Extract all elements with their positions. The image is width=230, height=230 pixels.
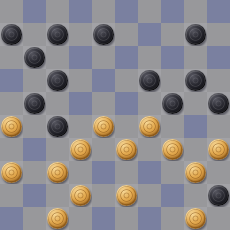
- square-j6[interactable]: [207, 92, 230, 115]
- square-f2[interactable]: [115, 184, 138, 207]
- square-g3[interactable]: [138, 161, 161, 184]
- square-j9: [207, 23, 230, 46]
- square-g9[interactable]: [138, 23, 161, 46]
- square-g7[interactable]: [138, 69, 161, 92]
- square-e7[interactable]: [92, 69, 115, 92]
- square-h8[interactable]: [161, 46, 184, 69]
- dark-checker-man[interactable]: [139, 70, 160, 91]
- square-i9[interactable]: [184, 23, 207, 46]
- square-b10[interactable]: [23, 0, 46, 23]
- gold-checker-man[interactable]: [185, 162, 206, 183]
- dark-checker-man[interactable]: [185, 24, 206, 45]
- square-e5[interactable]: [92, 115, 115, 138]
- dark-checker-man[interactable]: [47, 116, 68, 137]
- dark-checker-man[interactable]: [208, 185, 229, 206]
- square-h6[interactable]: [161, 92, 184, 115]
- square-i3[interactable]: [184, 161, 207, 184]
- square-i5[interactable]: [184, 115, 207, 138]
- square-d5: [69, 115, 92, 138]
- square-a6: [0, 92, 23, 115]
- square-c1[interactable]: [46, 207, 69, 230]
- square-g6: [138, 92, 161, 115]
- dark-checker-man[interactable]: [47, 70, 68, 91]
- square-g8: [138, 46, 161, 69]
- square-j8[interactable]: [207, 46, 230, 69]
- square-g10: [138, 0, 161, 23]
- gold-checker-man[interactable]: [93, 116, 114, 137]
- square-c2: [46, 184, 69, 207]
- gold-checker-man[interactable]: [116, 139, 137, 160]
- square-a10: [0, 0, 23, 23]
- dark-checker-man[interactable]: [185, 70, 206, 91]
- gold-checker-man[interactable]: [208, 139, 229, 160]
- square-a1[interactable]: [0, 207, 23, 230]
- square-i10: [184, 0, 207, 23]
- square-f4[interactable]: [115, 138, 138, 161]
- square-d2[interactable]: [69, 184, 92, 207]
- square-h1: [161, 207, 184, 230]
- square-f3: [115, 161, 138, 184]
- square-e6: [92, 92, 115, 115]
- square-i1[interactable]: [184, 207, 207, 230]
- checkers-board: [0, 0, 230, 230]
- square-a4: [0, 138, 23, 161]
- square-f1: [115, 207, 138, 230]
- square-b2[interactable]: [23, 184, 46, 207]
- square-f9: [115, 23, 138, 46]
- dark-checker-man[interactable]: [24, 93, 45, 114]
- gold-checker-man[interactable]: [162, 139, 183, 160]
- square-e9[interactable]: [92, 23, 115, 46]
- gold-checker-man[interactable]: [116, 185, 137, 206]
- square-j7: [207, 69, 230, 92]
- square-d6[interactable]: [69, 92, 92, 115]
- square-c9[interactable]: [46, 23, 69, 46]
- square-h2[interactable]: [161, 184, 184, 207]
- square-e3[interactable]: [92, 161, 115, 184]
- square-e8: [92, 46, 115, 69]
- square-f7: [115, 69, 138, 92]
- gold-checker-man[interactable]: [47, 208, 68, 229]
- square-b8[interactable]: [23, 46, 46, 69]
- square-a5[interactable]: [0, 115, 23, 138]
- dark-checker-man[interactable]: [208, 93, 229, 114]
- square-d7: [69, 69, 92, 92]
- square-a2: [0, 184, 23, 207]
- square-a7[interactable]: [0, 69, 23, 92]
- square-h10[interactable]: [161, 0, 184, 23]
- square-h3: [161, 161, 184, 184]
- dark-checker-man[interactable]: [47, 24, 68, 45]
- square-g4: [138, 138, 161, 161]
- square-g1[interactable]: [138, 207, 161, 230]
- square-d8[interactable]: [69, 46, 92, 69]
- square-b1: [23, 207, 46, 230]
- square-b4[interactable]: [23, 138, 46, 161]
- square-e2: [92, 184, 115, 207]
- gold-checker-man[interactable]: [1, 116, 22, 137]
- dark-checker-man[interactable]: [24, 47, 45, 68]
- square-j5: [207, 115, 230, 138]
- square-b5: [23, 115, 46, 138]
- square-e1[interactable]: [92, 207, 115, 230]
- square-e4: [92, 138, 115, 161]
- square-c7[interactable]: [46, 69, 69, 92]
- gold-checker-man[interactable]: [185, 208, 206, 229]
- square-c10: [46, 0, 69, 23]
- square-a8: [0, 46, 23, 69]
- dark-checker-man[interactable]: [1, 24, 22, 45]
- square-d1: [69, 207, 92, 230]
- square-a3[interactable]: [0, 161, 23, 184]
- square-c4: [46, 138, 69, 161]
- square-j2[interactable]: [207, 184, 230, 207]
- square-h7: [161, 69, 184, 92]
- square-h4[interactable]: [161, 138, 184, 161]
- gold-checker-man[interactable]: [70, 185, 91, 206]
- square-b7: [23, 69, 46, 92]
- square-c8: [46, 46, 69, 69]
- square-j3: [207, 161, 230, 184]
- square-b9: [23, 23, 46, 46]
- square-c3[interactable]: [46, 161, 69, 184]
- square-i8: [184, 46, 207, 69]
- gold-checker-man[interactable]: [139, 116, 160, 137]
- square-j10[interactable]: [207, 0, 230, 23]
- square-g2: [138, 184, 161, 207]
- square-f10[interactable]: [115, 0, 138, 23]
- gold-checker-man[interactable]: [1, 162, 22, 183]
- square-d4[interactable]: [69, 138, 92, 161]
- square-h9: [161, 23, 184, 46]
- square-a9[interactable]: [0, 23, 23, 46]
- square-h5: [161, 115, 184, 138]
- gold-checker-man[interactable]: [70, 139, 91, 160]
- square-j1: [207, 207, 230, 230]
- dark-checker-man[interactable]: [93, 24, 114, 45]
- square-d3: [69, 161, 92, 184]
- square-i2: [184, 184, 207, 207]
- square-b6[interactable]: [23, 92, 46, 115]
- square-i6: [184, 92, 207, 115]
- square-d9: [69, 23, 92, 46]
- square-d10[interactable]: [69, 0, 92, 23]
- square-f8[interactable]: [115, 46, 138, 69]
- square-f6[interactable]: [115, 92, 138, 115]
- dark-checker-man[interactable]: [162, 93, 183, 114]
- square-b3: [23, 161, 46, 184]
- square-i4: [184, 138, 207, 161]
- square-c5[interactable]: [46, 115, 69, 138]
- square-g5[interactable]: [138, 115, 161, 138]
- square-j4[interactable]: [207, 138, 230, 161]
- square-i7[interactable]: [184, 69, 207, 92]
- square-e10: [92, 0, 115, 23]
- square-c6: [46, 92, 69, 115]
- gold-checker-man[interactable]: [47, 162, 68, 183]
- square-f5: [115, 115, 138, 138]
